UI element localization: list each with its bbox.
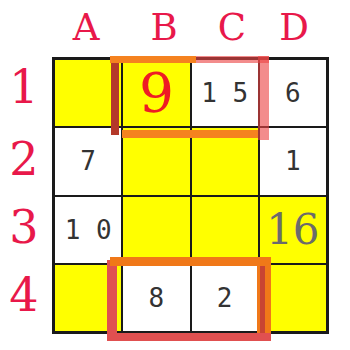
column-label-b: B <box>129 6 199 48</box>
cell-d1[interactable]: 6 <box>260 60 326 126</box>
cell-b2[interactable] <box>123 128 189 194</box>
cell-a3[interactable]: 1 0 <box>55 197 121 263</box>
cell-d3[interactable]: 16 <box>260 197 326 263</box>
highlight-b4c4-bottom-stroke <box>107 333 271 341</box>
cell-c2[interactable] <box>192 128 258 194</box>
cell-a1[interactable] <box>55 60 121 126</box>
row-label-1: 1 <box>4 64 44 110</box>
row-label-2: 2 <box>4 136 44 182</box>
cell-a4[interactable] <box>55 265 121 331</box>
cell-a2-value: 7 <box>80 146 96 176</box>
cell-b4-value: 8 <box>149 283 165 313</box>
cell-c3[interactable] <box>192 197 258 263</box>
column-label-c: C <box>198 6 266 48</box>
cell-b1[interactable]: 9 <box>123 60 189 126</box>
cell-c1[interactable]: 1 5 <box>192 60 258 126</box>
cell-c1-value: 1 5 <box>201 78 248 108</box>
cell-c4[interactable]: 2 <box>192 265 258 331</box>
cell-d3-value: 16 <box>266 205 319 254</box>
cell-d4[interactable] <box>260 265 326 331</box>
cell-b1-value: 9 <box>139 61 174 125</box>
cell-c4-value: 2 <box>217 283 233 313</box>
puzzle-grid: 9 1 5 6 7 1 1 0 16 8 2 <box>52 57 329 334</box>
row-label-3: 3 <box>4 204 44 250</box>
column-label-a: A <box>52 6 120 48</box>
cell-b4[interactable]: 8 <box>123 265 189 331</box>
row-label-4: 4 <box>4 272 44 318</box>
cell-d1-value: 6 <box>285 78 301 108</box>
cell-d2-value: 1 <box>285 146 301 176</box>
cell-b3[interactable] <box>123 197 189 263</box>
cell-a3-value: 1 0 <box>65 215 112 245</box>
cell-a2[interactable]: 7 <box>55 128 121 194</box>
column-label-d: D <box>259 6 329 48</box>
cell-d2[interactable]: 1 <box>260 128 326 194</box>
